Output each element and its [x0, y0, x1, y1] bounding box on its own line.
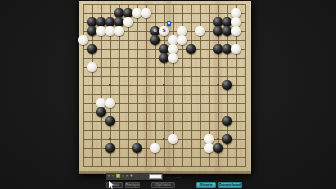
- stone-white: [231, 44, 240, 53]
- stone-black: [132, 143, 141, 152]
- nav-icon[interactable]: «: [108, 174, 111, 179]
- star-point: [163, 84, 165, 86]
- stone-black: [114, 17, 123, 26]
- stone-black: [105, 143, 114, 152]
- move-number-input[interactable]: [149, 174, 162, 179]
- stone-white: [141, 8, 150, 17]
- board-bottom-edge: [79, 171, 251, 173]
- nav-icon[interactable]: ▾: [130, 174, 132, 179]
- star-point: [217, 84, 219, 86]
- options-button[interactable]: Options: [151, 182, 175, 188]
- stone-black: [87, 26, 96, 35]
- stone-white: [150, 143, 159, 152]
- stone-black: [222, 116, 231, 125]
- stone-white: [96, 98, 105, 107]
- nav-icon[interactable]: ‹: [112, 174, 114, 179]
- stone-white: [168, 35, 177, 44]
- stone-black: [222, 134, 231, 143]
- stone-black: [150, 35, 159, 44]
- stone-black: [222, 44, 231, 53]
- stone-black: [159, 44, 168, 53]
- stone-black: [105, 17, 114, 26]
- pass-button[interactable]: Pass: [106, 182, 123, 188]
- star-point: [109, 84, 111, 86]
- variation-move-marker: [167, 21, 172, 26]
- resign-button[interactable]: Resign: [125, 182, 140, 188]
- stone-white: [195, 26, 204, 35]
- stone-black: [114, 8, 123, 17]
- stone-white: [204, 134, 213, 143]
- stone-white: 5: [159, 26, 168, 35]
- stone-black: [222, 80, 231, 89]
- move-number-label: 5: [162, 29, 165, 34]
- stone-white: [96, 26, 105, 35]
- stone-black: [105, 116, 114, 125]
- stone-black: [213, 44, 222, 53]
- stone-black: [96, 17, 105, 26]
- stone-black: [213, 17, 222, 26]
- stone-white: [123, 17, 132, 26]
- stone-black: [123, 8, 132, 17]
- stone-white: [168, 53, 177, 62]
- nav-icons: «‹■›»▾: [108, 174, 133, 179]
- stone-black: [213, 26, 222, 35]
- nav-icon[interactable]: ■: [116, 174, 120, 179]
- stone-black: 6: [150, 26, 159, 35]
- status-text-2: ····: [175, 175, 182, 180]
- stone-black: [222, 26, 231, 35]
- stone-white: [204, 143, 213, 152]
- stone-white: [177, 35, 186, 44]
- app-window: 65 «‹■›»▾ ··· ···· Pass Resign Options S…: [0, 0, 336, 189]
- stone-white: [78, 35, 87, 44]
- move-navigation-toolbar: «‹■›»▾: [106, 173, 163, 180]
- nav-icon[interactable]: »: [126, 174, 129, 179]
- stone-white: [132, 8, 141, 17]
- stone-white: [177, 26, 186, 35]
- stone-white: [105, 26, 114, 35]
- stone-white: [231, 26, 240, 35]
- stone-black: [96, 107, 105, 116]
- stone-white: [231, 8, 240, 17]
- stone-black: [87, 17, 96, 26]
- stone-black: [159, 53, 168, 62]
- star-point: [163, 138, 165, 140]
- nav-icon[interactable]: ›: [122, 174, 124, 179]
- stone-white: [168, 134, 177, 143]
- stone-white: [105, 98, 114, 107]
- share-button[interactable]: Share: [196, 182, 216, 188]
- star-point: [217, 138, 219, 140]
- stone-black: [87, 44, 96, 53]
- stone-white: [114, 26, 123, 35]
- star-point: [109, 138, 111, 140]
- stone-white: [168, 44, 177, 53]
- move-number-label: 6: [153, 29, 156, 34]
- status-text-1: ···: [166, 175, 171, 180]
- go-board[interactable]: 65: [79, 1, 251, 174]
- stone-black: [213, 143, 222, 152]
- stone-white: [231, 17, 240, 26]
- download-button[interactable]: Download: [218, 182, 242, 188]
- stone-black: [222, 17, 231, 26]
- stone-black: [186, 44, 195, 53]
- stone-white: [87, 62, 96, 71]
